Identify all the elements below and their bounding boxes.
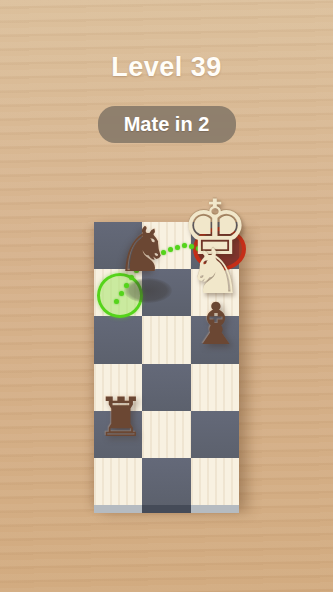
board-edge-segment (94, 505, 142, 513)
mate-in-badge: Mate in 2 (98, 106, 236, 143)
board-square-r5c3[interactable] (191, 411, 239, 458)
game-screen: Level 39 Mate in 2 ♚ ♞ ♝ ♜ ♞ (0, 0, 333, 592)
board-square-r5c2[interactable] (142, 411, 190, 458)
board-square-r3c2[interactable] (142, 316, 190, 363)
board-square-r4c2[interactable] (142, 364, 190, 411)
level-title: Level 39 (0, 52, 333, 83)
board-square-r6c1[interactable] (94, 458, 142, 505)
black-bishop-piece[interactable]: ♝ (190, 294, 242, 354)
board-square-r6c2[interactable] (142, 458, 190, 505)
black-knight-piece-dragging[interactable]: ♞ (115, 218, 171, 282)
board-square-r4c3[interactable] (191, 364, 239, 411)
black-rook-piece[interactable]: ♜ (95, 390, 147, 446)
board-square-r3c1[interactable] (94, 316, 142, 363)
board-edge (94, 505, 239, 513)
board-edge-segment (191, 505, 239, 513)
board-edge-segment (142, 505, 190, 513)
board-square-r6c3[interactable] (191, 458, 239, 505)
